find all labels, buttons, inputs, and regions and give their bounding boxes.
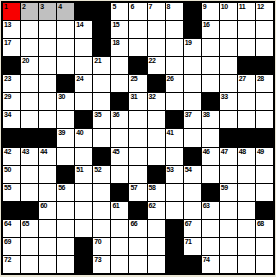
cell-r3c1[interactable]: 17 — [3, 39, 20, 56]
cell-r5c5[interactable]: 24 — [75, 75, 92, 92]
clue-number: 28 — [257, 75, 264, 83]
cell-r13c5[interactable] — [75, 220, 92, 237]
cell-r15c2[interactable] — [21, 256, 38, 273]
clue-number: 8 — [167, 3, 170, 11]
clue-number: 34 — [4, 111, 11, 119]
clue-number: 37 — [185, 111, 192, 119]
cell-r1c1[interactable]: 1 — [3, 3, 20, 20]
cell-r8c14 — [238, 129, 255, 146]
cell-r1c7[interactable]: 5 — [111, 3, 128, 20]
cell-r13c15[interactable]: 68 — [256, 220, 273, 237]
cell-r14c11[interactable]: 71 — [184, 238, 201, 255]
cell-r12c11[interactable] — [184, 202, 201, 219]
clue-number: 6 — [130, 3, 133, 11]
cell-r1c15[interactable]: 12 — [256, 3, 273, 20]
cell-r5c3[interactable] — [39, 75, 56, 92]
clue-number: 56 — [58, 184, 65, 192]
clue-number: 7 — [149, 3, 152, 11]
cell-r12c3[interactable]: 60 — [39, 202, 56, 219]
cell-r14c1[interactable]: 69 — [3, 238, 20, 255]
cell-r5c12[interactable] — [202, 75, 219, 92]
clue-number: 24 — [76, 75, 83, 83]
cell-r8c12[interactable] — [202, 129, 219, 146]
clue-number: 39 — [58, 129, 65, 137]
cell-r4c6[interactable]: 21 — [93, 57, 110, 74]
cell-r7c9[interactable] — [148, 111, 165, 128]
cell-r8c6[interactable] — [93, 129, 110, 146]
cell-r3c12[interactable] — [202, 39, 219, 56]
cell-r2c12[interactable]: 16 — [202, 21, 219, 38]
cell-r4c5[interactable] — [75, 57, 92, 74]
cell-r6c6[interactable] — [93, 93, 110, 110]
cell-r1c3[interactable]: 3 — [39, 3, 56, 20]
cell-r14c14[interactable] — [238, 238, 255, 255]
clue-number: 69 — [4, 238, 11, 246]
cell-r15c14[interactable] — [238, 256, 255, 273]
clue-number: 66 — [130, 220, 137, 228]
cell-r10c1[interactable]: 50 — [3, 166, 20, 183]
cell-r8c15 — [256, 129, 273, 146]
cell-r2c1[interactable]: 13 — [3, 21, 20, 38]
cell-r3c11[interactable]: 19 — [184, 39, 201, 56]
clue-number: 18 — [112, 39, 119, 47]
cell-r12c5[interactable] — [75, 202, 92, 219]
cell-r1c12[interactable]: 9 — [202, 3, 219, 20]
cell-r7c6[interactable]: 35 — [93, 111, 110, 128]
cell-r3c2[interactable] — [21, 39, 38, 56]
cell-r2c14[interactable] — [238, 21, 255, 38]
cell-r7c1[interactable]: 34 — [3, 111, 20, 128]
cell-r7c10 — [166, 111, 183, 128]
crossword-grid: 1234567891011121314151617181920212223242… — [1, 1, 275, 275]
clue-number: 26 — [167, 75, 174, 83]
cell-r14c6[interactable]: 70 — [93, 238, 110, 255]
cell-r6c2[interactable] — [21, 93, 38, 110]
clue-number: 71 — [185, 238, 192, 246]
cell-r3c6 — [93, 39, 110, 56]
cell-r5c9 — [148, 75, 165, 92]
cell-r11c10[interactable] — [166, 184, 183, 201]
cell-r2c15[interactable] — [256, 21, 273, 38]
cell-r2c10[interactable] — [166, 21, 183, 38]
cell-r3c8[interactable] — [129, 39, 146, 56]
clue-number: 59 — [221, 184, 228, 192]
cell-r7c14[interactable] — [238, 111, 255, 128]
cell-r12c6[interactable] — [93, 202, 110, 219]
cell-r13c10 — [166, 220, 183, 237]
cell-r3c10[interactable] — [166, 39, 183, 56]
clue-number: 64 — [4, 220, 11, 228]
cell-r10c5[interactable]: 51 — [75, 166, 92, 183]
cell-r9c5[interactable] — [75, 148, 92, 165]
clue-number: 5 — [112, 3, 115, 11]
clue-number: 16 — [203, 21, 210, 29]
cell-r6c10[interactable] — [166, 93, 183, 110]
cell-r14c8[interactable] — [129, 238, 146, 255]
cell-r3c14[interactable] — [238, 39, 255, 56]
clue-number: 13 — [4, 21, 11, 29]
cell-r5c4 — [57, 75, 74, 92]
cell-r10c13[interactable] — [220, 166, 237, 183]
clue-number: 72 — [4, 256, 11, 264]
cell-r1c4[interactable]: 4 — [57, 3, 74, 20]
cell-r4c12[interactable] — [202, 57, 219, 74]
cell-r8c4[interactable]: 39 — [57, 129, 74, 146]
cell-r9c2[interactable]: 43 — [21, 148, 38, 165]
clue-number: 42 — [4, 148, 11, 156]
cell-r8c7[interactable] — [111, 129, 128, 146]
cell-r13c12[interactable] — [202, 220, 219, 237]
cell-r9c7[interactable]: 45 — [111, 148, 128, 165]
clue-number: 20 — [22, 57, 29, 65]
cell-r3c3[interactable] — [39, 39, 56, 56]
cell-r4c1 — [3, 57, 20, 74]
cell-r12c2 — [21, 202, 38, 219]
clue-number: 40 — [76, 129, 83, 137]
cell-r2c5[interactable]: 14 — [75, 21, 92, 38]
cell-r11c4[interactable]: 56 — [57, 184, 74, 201]
cell-r14c5 — [75, 238, 92, 255]
cell-r10c7[interactable] — [111, 166, 128, 183]
clue-number: 50 — [4, 166, 11, 174]
cell-r13c4[interactable] — [57, 220, 74, 237]
cell-r9c13[interactable]: 47 — [220, 148, 237, 165]
cell-r9c1[interactable]: 42 — [3, 148, 20, 165]
cell-r5c7[interactable] — [111, 75, 128, 92]
cell-r6c1[interactable]: 29 — [3, 93, 20, 110]
cell-r6c3[interactable] — [39, 93, 56, 110]
cell-r2c6 — [93, 21, 110, 38]
cell-r5c8[interactable]: 25 — [129, 75, 146, 92]
cell-r10c6[interactable]: 52 — [93, 166, 110, 183]
clue-number: 19 — [185, 39, 192, 47]
cell-r7c4[interactable] — [57, 111, 74, 128]
clue-number: 14 — [76, 21, 83, 29]
cell-r3c13[interactable] — [220, 39, 237, 56]
clue-number: 65 — [22, 220, 29, 228]
cell-r2c7[interactable]: 15 — [111, 21, 128, 38]
cell-r9c15[interactable]: 49 — [256, 148, 273, 165]
clue-number: 11 — [239, 3, 245, 11]
cell-r5c11[interactable] — [184, 75, 201, 92]
cell-r6c9[interactable]: 32 — [148, 93, 165, 110]
clue-number: 58 — [149, 184, 156, 192]
cell-r13c9[interactable] — [148, 220, 165, 237]
cell-r12c9[interactable]: 62 — [148, 202, 165, 219]
cell-r10c9 — [148, 166, 165, 183]
cell-r13c6[interactable] — [93, 220, 110, 237]
cell-r14c13[interactable] — [220, 238, 237, 255]
cell-r7c15[interactable] — [256, 111, 273, 128]
clue-number: 10 — [221, 3, 228, 11]
cell-r2c8[interactable] — [129, 21, 146, 38]
clue-number: 36 — [112, 111, 119, 119]
clue-number: 25 — [130, 75, 137, 83]
cell-r13c7[interactable] — [111, 220, 128, 237]
clue-number: 52 — [94, 166, 101, 174]
cell-r14c7[interactable] — [111, 238, 128, 255]
clue-number: 63 — [203, 202, 210, 210]
cell-r2c9[interactable] — [148, 21, 165, 38]
clue-number: 60 — [40, 202, 47, 210]
cell-r4c8 — [129, 57, 146, 74]
clue-number: 47 — [221, 148, 228, 156]
clue-number: 49 — [257, 148, 264, 156]
cell-r8c3 — [39, 129, 56, 146]
cell-r10c3[interactable] — [39, 166, 56, 183]
cell-r12c8 — [129, 202, 146, 219]
cell-r8c8[interactable] — [129, 129, 146, 146]
cell-r9c11 — [184, 148, 201, 165]
cell-r7c13[interactable] — [220, 111, 237, 128]
cell-r12c14[interactable] — [238, 202, 255, 219]
cell-r14c10 — [166, 238, 183, 255]
cell-r1c5 — [75, 3, 92, 20]
clue-number: 15 — [112, 21, 119, 29]
clue-number: 67 — [185, 220, 192, 228]
cell-r10c14[interactable] — [238, 166, 255, 183]
cell-r1c2[interactable]: 2 — [21, 3, 38, 20]
cell-r11c8[interactable]: 57 — [129, 184, 146, 201]
cell-r5c6[interactable] — [93, 75, 110, 92]
clue-number: 43 — [22, 148, 29, 156]
cell-r15c3[interactable] — [39, 256, 56, 273]
clue-number: 55 — [4, 184, 11, 192]
clue-number: 1 — [4, 3, 7, 11]
cell-r15c8[interactable] — [129, 256, 146, 273]
cell-r6c15[interactable] — [256, 93, 273, 110]
cell-r14c3[interactable] — [39, 238, 56, 255]
cell-r6c12 — [202, 93, 219, 110]
clue-number: 46 — [203, 148, 210, 156]
cell-r5c2[interactable] — [21, 75, 38, 92]
clue-number: 68 — [257, 220, 264, 228]
cell-r2c13[interactable] — [220, 21, 237, 38]
cell-r8c5[interactable]: 40 — [75, 129, 92, 146]
cell-r5c1[interactable]: 23 — [3, 75, 20, 92]
cell-r4c3[interactable] — [39, 57, 56, 74]
clue-number: 57 — [130, 184, 137, 192]
cell-r6c7 — [111, 93, 128, 110]
cell-r7c5 — [75, 111, 92, 128]
cell-r12c13[interactable] — [220, 202, 237, 219]
clue-number: 12 — [257, 3, 264, 11]
cell-r7c7[interactable]: 36 — [111, 111, 128, 128]
cell-r15c13[interactable] — [220, 256, 237, 273]
cell-r7c12[interactable]: 38 — [202, 111, 219, 128]
cell-r13c13[interactable] — [220, 220, 237, 237]
clue-number: 74 — [203, 256, 210, 264]
cell-r9c4[interactable] — [57, 148, 74, 165]
cell-r11c11[interactable] — [184, 184, 201, 201]
cell-r11c1[interactable]: 55 — [3, 184, 20, 201]
cell-r10c10[interactable]: 53 — [166, 166, 183, 183]
clue-number: 44 — [40, 148, 47, 156]
cell-r5c13[interactable] — [220, 75, 237, 92]
clue-number: 61 — [112, 202, 119, 210]
cell-r4c14 — [238, 57, 255, 74]
cell-r11c5[interactable] — [75, 184, 92, 201]
clue-number: 38 — [203, 111, 210, 119]
clue-number: 17 — [4, 39, 11, 47]
clue-number: 31 — [130, 93, 137, 101]
cell-r15c11 — [184, 256, 201, 273]
cell-r10c15[interactable] — [256, 166, 273, 183]
cell-r11c6[interactable] — [93, 184, 110, 201]
cell-r5c10[interactable]: 26 — [166, 75, 183, 92]
clue-number: 30 — [58, 93, 65, 101]
clue-number: 9 — [203, 3, 206, 11]
clue-number: 73 — [94, 256, 101, 264]
clue-number: 45 — [112, 148, 119, 156]
cell-r3c15[interactable] — [256, 39, 273, 56]
cell-r9c9[interactable] — [148, 148, 165, 165]
cell-r6c5[interactable] — [75, 93, 92, 110]
cell-r15c15[interactable] — [256, 256, 273, 273]
cell-r12c15 — [256, 202, 273, 219]
cell-r5c14[interactable]: 27 — [238, 75, 255, 92]
cell-r12c10[interactable] — [166, 202, 183, 219]
cell-r9c8[interactable] — [129, 148, 146, 165]
clue-number: 27 — [239, 75, 246, 83]
cell-r14c12[interactable] — [202, 238, 219, 255]
cell-r14c4[interactable] — [57, 238, 74, 255]
clue-number: 48 — [239, 148, 246, 156]
crossword-page: 1234567891011121314151617181920212223242… — [0, 0, 276, 277]
cell-r7c3[interactable] — [39, 111, 56, 128]
cell-r2c3[interactable] — [39, 21, 56, 38]
clue-number: 62 — [149, 202, 156, 210]
cell-r6c8[interactable]: 31 — [129, 93, 146, 110]
cell-r8c2 — [21, 129, 38, 146]
cell-r8c10[interactable]: 41 — [166, 129, 183, 146]
cell-r15c6[interactable]: 73 — [93, 256, 110, 273]
cell-r1c14[interactable]: 11 — [238, 3, 255, 20]
cell-r10c4 — [57, 166, 74, 183]
cell-r1c13[interactable]: 10 — [220, 3, 237, 20]
cell-r13c11[interactable]: 67 — [184, 220, 201, 237]
cell-r10c8[interactable] — [129, 166, 146, 183]
cell-r15c4[interactable] — [57, 256, 74, 273]
cell-r1c9[interactable]: 7 — [148, 3, 165, 20]
cell-r3c5[interactable] — [75, 39, 92, 56]
cell-r6c11[interactable] — [184, 93, 201, 110]
cell-r4c2[interactable]: 20 — [21, 57, 38, 74]
cell-r10c2[interactable] — [21, 166, 38, 183]
cell-r11c2[interactable] — [21, 184, 38, 201]
cell-r2c11 — [184, 21, 201, 38]
clue-number: 3 — [40, 3, 43, 11]
cell-r12c1 — [3, 202, 20, 219]
cell-r15c10 — [166, 256, 183, 273]
cell-r1c11 — [184, 3, 201, 20]
clue-number: 41 — [167, 129, 174, 137]
cell-r15c9[interactable] — [148, 256, 165, 273]
cell-r6c4[interactable]: 30 — [57, 93, 74, 110]
cell-r7c2[interactable] — [21, 111, 38, 128]
cell-r11c15[interactable] — [256, 184, 273, 201]
cell-r8c13 — [220, 129, 237, 146]
cell-r7c8[interactable] — [129, 111, 146, 128]
cell-r3c9[interactable] — [148, 39, 165, 56]
cell-r11c14[interactable] — [238, 184, 255, 201]
cell-r10c11[interactable]: 54 — [184, 166, 201, 183]
cell-r4c9[interactable]: 22 — [148, 57, 165, 74]
cell-r11c3[interactable] — [39, 184, 56, 201]
cell-r9c12[interactable]: 46 — [202, 148, 219, 165]
cell-r11c7 — [111, 184, 128, 201]
clue-number: 2 — [22, 3, 25, 11]
cell-r10c12[interactable] — [202, 166, 219, 183]
cell-r13c2[interactable]: 65 — [21, 220, 38, 237]
cell-r4c10[interactable] — [166, 57, 183, 74]
cell-r3c7[interactable]: 18 — [111, 39, 128, 56]
clue-number: 33 — [221, 93, 228, 101]
cell-r12c7[interactable]: 61 — [111, 202, 128, 219]
cell-r2c2[interactable] — [21, 21, 38, 38]
cell-r13c1[interactable]: 64 — [3, 220, 20, 237]
cell-r4c15 — [256, 57, 273, 74]
cell-r4c4[interactable] — [57, 57, 74, 74]
cell-r15c7[interactable] — [111, 256, 128, 273]
cell-r11c9[interactable]: 58 — [148, 184, 165, 201]
cell-r13c14[interactable] — [238, 220, 255, 237]
clue-number: 23 — [4, 75, 11, 83]
clue-number: 21 — [94, 57, 101, 65]
cell-r12c4[interactable] — [57, 202, 74, 219]
cell-r8c11[interactable] — [184, 129, 201, 146]
cell-r8c9[interactable] — [148, 129, 165, 146]
cell-r15c12[interactable]: 74 — [202, 256, 219, 273]
cell-r9c3[interactable]: 44 — [39, 148, 56, 165]
cell-r4c11[interactable] — [184, 57, 201, 74]
cell-r15c5 — [75, 256, 92, 273]
cell-r1c10[interactable]: 8 — [166, 3, 183, 20]
clue-number: 29 — [4, 93, 11, 101]
cell-r13c8[interactable]: 66 — [129, 220, 146, 237]
clue-number: 22 — [149, 57, 156, 65]
cell-r7c11[interactable]: 37 — [184, 111, 201, 128]
cell-r4c13[interactable] — [220, 57, 237, 74]
clue-number: 70 — [94, 238, 101, 246]
cell-r11c13[interactable]: 59 — [220, 184, 237, 201]
clue-number: 35 — [94, 111, 101, 119]
cell-r1c8[interactable]: 6 — [129, 3, 146, 20]
cell-r12c12[interactable]: 63 — [202, 202, 219, 219]
cell-r14c15[interactable] — [256, 238, 273, 255]
cell-r4c7[interactable] — [111, 57, 128, 74]
cell-r15c1[interactable]: 72 — [3, 256, 20, 273]
cell-r14c9[interactable] — [148, 238, 165, 255]
cell-r14c2[interactable] — [21, 238, 38, 255]
clue-number: 32 — [149, 93, 156, 101]
cell-r6c13[interactable]: 33 — [220, 93, 237, 110]
cell-r13c3[interactable] — [39, 220, 56, 237]
cell-r1c6 — [93, 3, 110, 20]
cell-r2c4[interactable] — [57, 21, 74, 38]
cell-r9c10[interactable] — [166, 148, 183, 165]
clue-number: 51 — [76, 166, 83, 174]
cell-r9c6 — [93, 148, 110, 165]
cell-r11c12 — [202, 184, 219, 201]
clue-number: 53 — [167, 166, 174, 174]
cell-r3c4[interactable] — [57, 39, 74, 56]
cell-r8c1 — [3, 129, 20, 146]
clue-number: 54 — [185, 166, 192, 174]
cell-r6c14[interactable] — [238, 93, 255, 110]
cell-r5c15[interactable]: 28 — [256, 75, 273, 92]
cell-r9c14[interactable]: 48 — [238, 148, 255, 165]
